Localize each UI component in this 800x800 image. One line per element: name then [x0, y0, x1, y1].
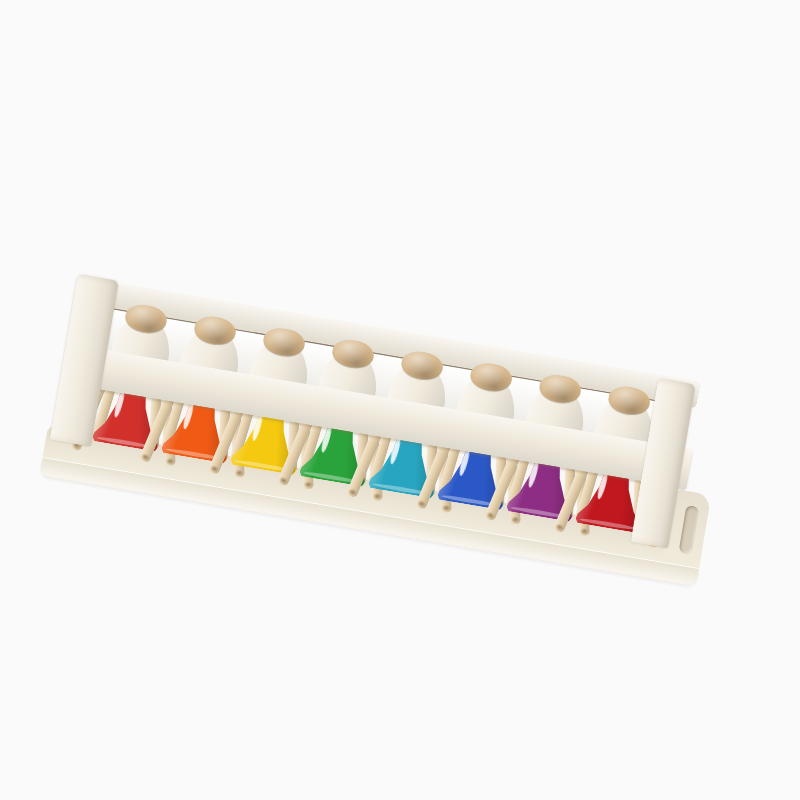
product-photo	[0, 0, 800, 800]
bell-toy	[53, 284, 729, 599]
